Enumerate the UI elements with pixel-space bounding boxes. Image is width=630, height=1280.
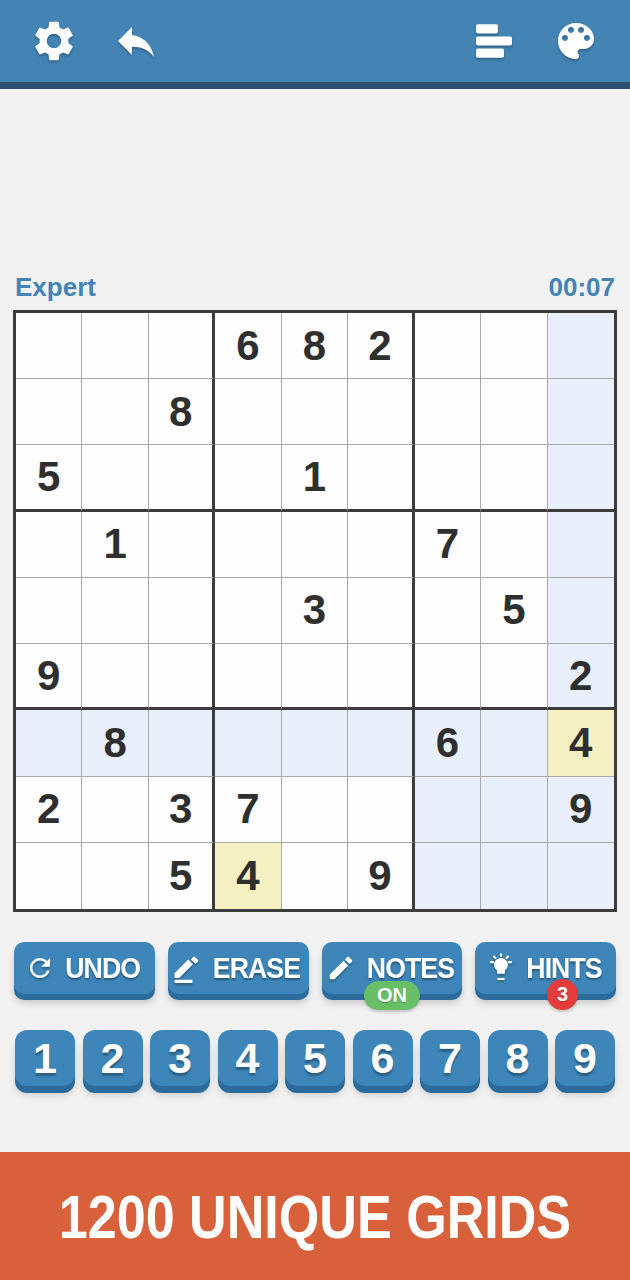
cell-r3c1[interactable]: 5 (16, 445, 82, 511)
cell-r5c4[interactable] (215, 578, 281, 644)
cell-r3c7[interactable] (415, 445, 481, 511)
cell-r7c7[interactable]: 6 (415, 710, 481, 776)
cell-r2c2[interactable] (82, 379, 148, 445)
cell-r3c9[interactable] (548, 445, 614, 511)
cell-r4c8[interactable] (481, 512, 547, 578)
cell-r6c2[interactable] (82, 644, 148, 710)
cell-r7c6[interactable] (348, 710, 414, 776)
cell-r1c8[interactable] (481, 313, 547, 379)
cell-r2c5[interactable] (282, 379, 348, 445)
levels-button[interactable] (468, 15, 520, 67)
cell-r1c3[interactable] (149, 313, 215, 379)
cell-r9c9[interactable] (548, 843, 614, 909)
cell-r8c6[interactable] (348, 777, 414, 843)
cell-r7c8[interactable] (481, 710, 547, 776)
cell-r5c5[interactable]: 3 (282, 578, 348, 644)
cell-r9c7[interactable] (415, 843, 481, 909)
cell-r7c1[interactable] (16, 710, 82, 776)
cell-r8c1[interactable]: 2 (16, 777, 82, 843)
cell-r1c5[interactable]: 8 (282, 313, 348, 379)
hints-count-badge: 3 (547, 979, 578, 1010)
cell-r4c5[interactable] (282, 512, 348, 578)
cell-r5c8[interactable]: 5 (481, 578, 547, 644)
cell-r4c7[interactable]: 7 (415, 512, 481, 578)
back-arrow-icon (112, 17, 160, 65)
cell-r3c8[interactable] (481, 445, 547, 511)
cell-r7c4[interactable] (215, 710, 281, 776)
cell-r4c4[interactable] (215, 512, 281, 578)
erase-label: ERASE (213, 952, 300, 985)
cell-r2c8[interactable] (481, 379, 547, 445)
cell-r9c5[interactable] (282, 843, 348, 909)
toolbar: UNDO ERASE NOTES ON HINTS 3 (14, 942, 616, 994)
cell-r9c6[interactable]: 9 (348, 843, 414, 909)
cell-r4c9[interactable] (548, 512, 614, 578)
difficulty-label: Expert (15, 272, 96, 303)
undo-label: UNDO (65, 952, 140, 985)
cell-r8c7[interactable] (415, 777, 481, 843)
cell-r6c6[interactable] (348, 644, 414, 710)
timer: 00:07 (549, 272, 616, 303)
cell-r7c2[interactable]: 8 (82, 710, 148, 776)
numpad-key-8[interactable]: 8 (488, 1030, 548, 1086)
cell-r1c7[interactable] (415, 313, 481, 379)
sudoku-grid: 6828511735928642379549 (13, 310, 617, 912)
cell-r3c4[interactable] (215, 445, 281, 511)
numpad-key-6[interactable]: 6 (353, 1030, 413, 1086)
cell-r6c8[interactable] (481, 644, 547, 710)
cell-r7c3[interactable] (149, 710, 215, 776)
undo-rotate-icon (25, 953, 55, 983)
sudoku-app: Expert 00:07 6828511735928642379549 UNDO… (0, 0, 630, 1280)
theme-button[interactable] (550, 15, 602, 67)
cell-r5c3[interactable] (149, 578, 215, 644)
numpad-key-5[interactable]: 5 (285, 1030, 345, 1086)
cell-r5c6[interactable] (348, 578, 414, 644)
cell-r1c4[interactable]: 6 (215, 313, 281, 379)
levels-bars-icon (470, 17, 518, 65)
numpad-key-2[interactable]: 2 (83, 1030, 143, 1086)
cell-r2c7[interactable] (415, 379, 481, 445)
numpad-key-9[interactable]: 9 (555, 1030, 615, 1086)
top-bar (0, 0, 630, 89)
erase-icon (172, 953, 202, 983)
cell-r3c2[interactable] (82, 445, 148, 511)
cell-r9c3[interactable]: 5 (149, 843, 215, 909)
gear-icon (30, 17, 78, 65)
status-row: Expert 00:07 (15, 272, 615, 303)
cell-r3c6[interactable] (348, 445, 414, 511)
cell-r9c4[interactable]: 4 (215, 843, 281, 909)
cell-r4c3[interactable] (149, 512, 215, 578)
cell-r6c5[interactable] (282, 644, 348, 710)
promo-banner-text: 1200 UNIQUE GRIDS (59, 1181, 571, 1252)
cell-r6c3[interactable] (149, 644, 215, 710)
cell-r2c4[interactable] (215, 379, 281, 445)
numpad-key-4[interactable]: 4 (218, 1030, 278, 1086)
cell-r6c9[interactable]: 2 (548, 644, 614, 710)
numpad-key-1[interactable]: 1 (15, 1030, 75, 1086)
cell-r8c5[interactable] (282, 777, 348, 843)
notes-on-badge: ON (364, 981, 420, 1010)
cell-r1c1[interactable] (16, 313, 82, 379)
cell-r2c9[interactable] (548, 379, 614, 445)
cell-r5c9[interactable] (548, 578, 614, 644)
cell-r4c6[interactable] (348, 512, 414, 578)
cell-r2c1[interactable] (16, 379, 82, 445)
cell-r8c3[interactable]: 3 (149, 777, 215, 843)
cell-r5c7[interactable] (415, 578, 481, 644)
cell-r7c5[interactable] (282, 710, 348, 776)
palette-icon (552, 17, 600, 65)
notes-button[interactable]: NOTES ON (322, 942, 463, 994)
cell-r2c6[interactable] (348, 379, 414, 445)
cell-r9c1[interactable] (16, 843, 82, 909)
cell-r8c8[interactable] (481, 777, 547, 843)
hints-button[interactable]: HINTS 3 (475, 942, 616, 994)
cell-r4c2[interactable]: 1 (82, 512, 148, 578)
notes-label: NOTES (367, 952, 454, 985)
undo-button[interactable]: UNDO (14, 942, 155, 994)
hint-bulb-icon (486, 953, 516, 983)
cell-r7c9[interactable]: 4 (548, 710, 614, 776)
cell-r3c3[interactable] (149, 445, 215, 511)
cell-r4c1[interactable] (16, 512, 82, 578)
numpad: 123456789 (15, 1030, 615, 1086)
cell-r1c9[interactable] (548, 313, 614, 379)
numpad-key-7[interactable]: 7 (420, 1030, 480, 1086)
cell-r8c4[interactable]: 7 (215, 777, 281, 843)
cell-r9c8[interactable] (481, 843, 547, 909)
cell-r8c9[interactable]: 9 (548, 777, 614, 843)
cell-r5c1[interactable] (16, 578, 82, 644)
cell-r8c2[interactable] (82, 777, 148, 843)
promo-banner: 1200 UNIQUE GRIDS (0, 1152, 630, 1280)
settings-button[interactable] (28, 15, 80, 67)
notes-pencil-icon (326, 953, 356, 983)
cell-r3c5[interactable]: 1 (282, 445, 348, 511)
erase-button[interactable]: ERASE (168, 942, 309, 994)
numpad-key-3[interactable]: 3 (150, 1030, 210, 1086)
cell-r9c2[interactable] (82, 843, 148, 909)
back-undo-button[interactable] (110, 15, 162, 67)
cell-r2c3[interactable]: 8 (149, 379, 215, 445)
cell-r5c2[interactable] (82, 578, 148, 644)
cell-r1c2[interactable] (82, 313, 148, 379)
cell-r6c4[interactable] (215, 644, 281, 710)
cell-r6c7[interactable] (415, 644, 481, 710)
cell-r6c1[interactable]: 9 (16, 644, 82, 710)
cell-r1c6[interactable]: 2 (348, 313, 414, 379)
